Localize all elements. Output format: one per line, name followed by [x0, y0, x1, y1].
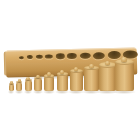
knobbed-cylinder[interactable] — [25, 76, 32, 92]
cylinder-knob[interactable] — [18, 79, 21, 82]
block-hole[interactable] — [35, 55, 42, 59]
cylinder-body — [34, 78, 42, 91]
knobbed-cylinder[interactable] — [115, 56, 134, 91]
cylinder-body — [9, 84, 14, 91]
block-hole[interactable] — [18, 56, 23, 59]
knobbed-cylinder[interactable] — [99, 60, 116, 92]
cylinder-knob[interactable] — [60, 70, 64, 74]
cylinder-body — [57, 74, 68, 91]
cylinder-body — [115, 62, 134, 91]
cylinder-body — [44, 76, 54, 91]
cylinder-knob[interactable] — [10, 81, 13, 84]
cylinder-knob[interactable] — [105, 61, 110, 66]
block-hole[interactable] — [27, 55, 33, 59]
knobbed-cylinder[interactable] — [84, 63, 99, 92]
cylinder-body — [25, 80, 32, 91]
knobbed-cylinder[interactable] — [70, 66, 83, 91]
cylinder-knob[interactable] — [47, 72, 51, 76]
cylinder-knob[interactable] — [36, 75, 40, 79]
cylinder-body — [16, 82, 22, 91]
block-hole[interactable] — [55, 54, 64, 59]
block-hole[interactable] — [93, 52, 105, 59]
knobbed-cylinder[interactable] — [16, 78, 22, 91]
knobbed-cylinder[interactable] — [34, 74, 42, 92]
cylinder-knob[interactable] — [121, 57, 127, 62]
knobbed-cylinder[interactable] — [57, 69, 68, 91]
cylinder-knob[interactable] — [74, 67, 79, 71]
block-hole[interactable] — [67, 53, 77, 59]
cylinder-knob[interactable] — [89, 64, 94, 69]
cylinder-body — [70, 71, 83, 91]
product-photo — [0, 0, 140, 140]
cylinder-body — [99, 65, 116, 91]
cylinder-knob[interactable] — [26, 77, 30, 81]
block-hole[interactable] — [79, 52, 90, 59]
cylinder-body — [84, 68, 99, 91]
knobbed-cylinder[interactable] — [44, 71, 54, 91]
knobbed-cylinder[interactable] — [9, 80, 14, 91]
